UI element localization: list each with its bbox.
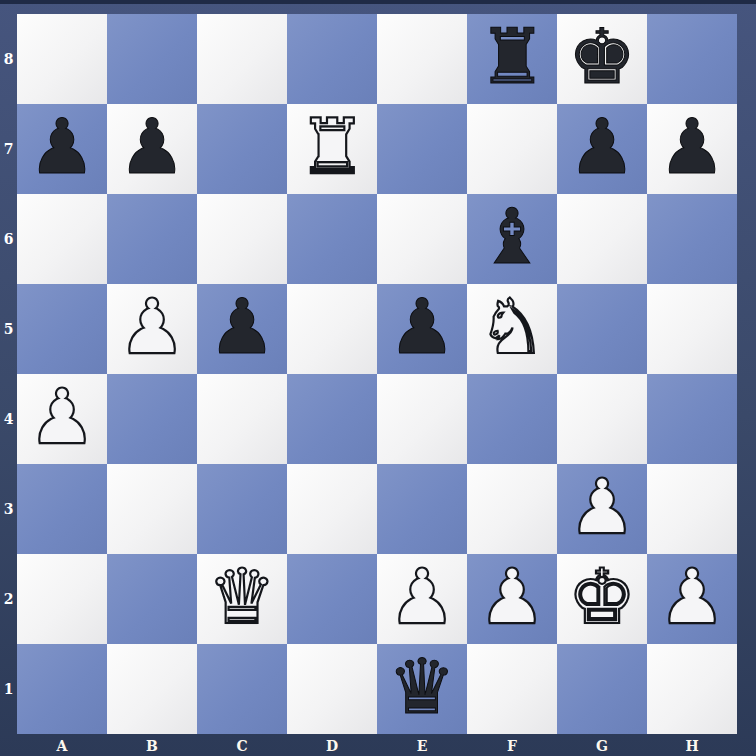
square-g8[interactable]: ♚ — [557, 14, 647, 104]
square-e4[interactable] — [377, 374, 467, 464]
square-e2[interactable]: ♟ — [377, 554, 467, 644]
file-label-c: C — [197, 738, 287, 756]
square-a5[interactable] — [17, 284, 107, 374]
square-g7[interactable]: ♟ — [557, 104, 647, 194]
rank-label-4: 4 — [0, 374, 17, 464]
black-pawn-e5[interactable]: ♟ — [388, 289, 456, 365]
square-h8[interactable] — [647, 14, 737, 104]
square-c2[interactable]: ♛ — [197, 554, 287, 644]
square-b5[interactable]: ♟ — [107, 284, 197, 374]
file-label-d: D — [287, 738, 377, 756]
chess-board-frame: 87654321 ♜♚♟♟♜♟♟♝♟♟♟♞♟♟♛♟♟♚♟♛ ABCDEFGH — [0, 0, 756, 756]
white-pawn-b5[interactable]: ♟ — [118, 289, 186, 365]
square-a3[interactable] — [17, 464, 107, 554]
black-pawn-g7[interactable]: ♟ — [568, 109, 636, 185]
square-c7[interactable] — [197, 104, 287, 194]
square-a7[interactable]: ♟ — [17, 104, 107, 194]
white-pawn-f2[interactable]: ♟ — [478, 559, 546, 635]
file-label-b: B — [107, 738, 197, 756]
rank-label-2: 2 — [0, 554, 17, 644]
square-e5[interactable]: ♟ — [377, 284, 467, 374]
square-d2[interactable] — [287, 554, 377, 644]
white-knight-f5[interactable]: ♞ — [478, 289, 546, 365]
square-b4[interactable] — [107, 374, 197, 464]
square-d7[interactable]: ♜ — [287, 104, 377, 194]
file-label-a: A — [17, 738, 107, 756]
square-h3[interactable] — [647, 464, 737, 554]
square-g1[interactable] — [557, 644, 647, 734]
square-c4[interactable] — [197, 374, 287, 464]
black-rook-f8[interactable]: ♜ — [478, 19, 546, 95]
square-e1[interactable]: ♛ — [377, 644, 467, 734]
white-pawn-e2[interactable]: ♟ — [388, 559, 456, 635]
square-d4[interactable] — [287, 374, 377, 464]
square-a1[interactable] — [17, 644, 107, 734]
square-f5[interactable]: ♞ — [467, 284, 557, 374]
square-g5[interactable] — [557, 284, 647, 374]
square-c6[interactable] — [197, 194, 287, 284]
rank-label-1: 1 — [0, 644, 17, 734]
square-f6[interactable]: ♝ — [467, 194, 557, 284]
square-d1[interactable] — [287, 644, 377, 734]
square-e6[interactable] — [377, 194, 467, 284]
square-h5[interactable] — [647, 284, 737, 374]
square-h7[interactable]: ♟ — [647, 104, 737, 194]
white-queen-c2[interactable]: ♛ — [208, 559, 276, 635]
rank-label-7: 7 — [0, 104, 17, 194]
square-g4[interactable] — [557, 374, 647, 464]
square-a4[interactable]: ♟ — [17, 374, 107, 464]
square-e8[interactable] — [377, 14, 467, 104]
black-queen-e1[interactable]: ♛ — [388, 649, 456, 725]
rank-label-6: 6 — [0, 194, 17, 284]
black-pawn-b7[interactable]: ♟ — [118, 109, 186, 185]
file-label-h: H — [647, 738, 737, 756]
square-a8[interactable] — [17, 14, 107, 104]
square-c1[interactable] — [197, 644, 287, 734]
square-g3[interactable]: ♟ — [557, 464, 647, 554]
square-g2[interactable]: ♚ — [557, 554, 647, 644]
rank-label-8: 8 — [0, 14, 17, 104]
square-b3[interactable] — [107, 464, 197, 554]
square-c3[interactable] — [197, 464, 287, 554]
square-f1[interactable] — [467, 644, 557, 734]
white-pawn-a4[interactable]: ♟ — [28, 379, 96, 455]
file-label-g: G — [557, 738, 647, 756]
white-rook-d7[interactable]: ♜ — [298, 109, 366, 185]
black-pawn-a7[interactable]: ♟ — [28, 109, 96, 185]
square-d8[interactable] — [287, 14, 377, 104]
square-b8[interactable] — [107, 14, 197, 104]
white-pawn-h2[interactable]: ♟ — [658, 559, 726, 635]
file-label-f: F — [467, 738, 557, 756]
rank-labels: 87654321 — [0, 14, 17, 734]
black-pawn-c5[interactable]: ♟ — [208, 289, 276, 365]
square-d5[interactable] — [287, 284, 377, 374]
chess-board: ♜♚♟♟♜♟♟♝♟♟♟♞♟♟♛♟♟♚♟♛ — [17, 14, 737, 734]
black-pawn-h7[interactable]: ♟ — [658, 109, 726, 185]
square-f2[interactable]: ♟ — [467, 554, 557, 644]
rank-label-5: 5 — [0, 284, 17, 374]
white-pawn-g3[interactable]: ♟ — [568, 469, 636, 545]
square-c8[interactable] — [197, 14, 287, 104]
square-b1[interactable] — [107, 644, 197, 734]
square-h6[interactable] — [647, 194, 737, 284]
square-b6[interactable] — [107, 194, 197, 284]
square-a2[interactable] — [17, 554, 107, 644]
square-e7[interactable] — [377, 104, 467, 194]
square-f3[interactable] — [467, 464, 557, 554]
square-h2[interactable]: ♟ — [647, 554, 737, 644]
square-f8[interactable]: ♜ — [467, 14, 557, 104]
square-g6[interactable] — [557, 194, 647, 284]
square-h4[interactable] — [647, 374, 737, 464]
square-e3[interactable] — [377, 464, 467, 554]
square-d3[interactable] — [287, 464, 377, 554]
white-king-g2[interactable]: ♚ — [568, 559, 636, 635]
square-a6[interactable] — [17, 194, 107, 284]
file-labels: ABCDEFGH — [17, 738, 737, 756]
square-h1[interactable] — [647, 644, 737, 734]
black-bishop-f6[interactable]: ♝ — [478, 199, 546, 275]
square-f4[interactable] — [467, 374, 557, 464]
square-f7[interactable] — [467, 104, 557, 194]
file-label-e: E — [377, 738, 467, 756]
square-c5[interactable]: ♟ — [197, 284, 287, 374]
square-d6[interactable] — [287, 194, 377, 284]
black-king-g8[interactable]: ♚ — [568, 19, 636, 95]
square-b7[interactable]: ♟ — [107, 104, 197, 194]
square-b2[interactable] — [107, 554, 197, 644]
rank-label-3: 3 — [0, 464, 17, 554]
